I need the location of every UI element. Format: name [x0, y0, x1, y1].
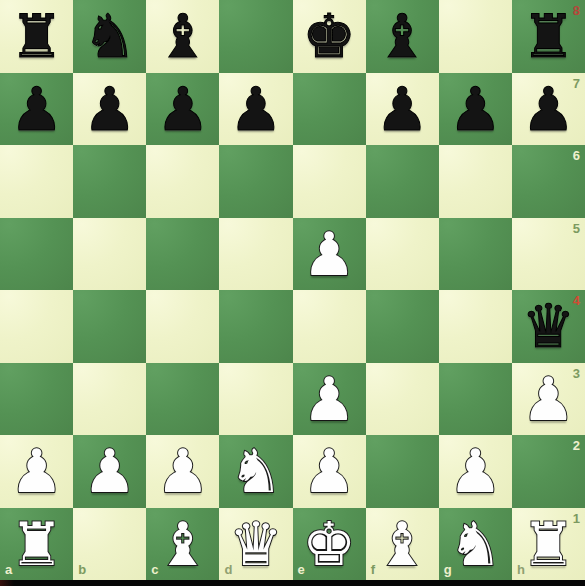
square-c3[interactable] — [146, 363, 219, 436]
square-e7[interactable] — [293, 73, 366, 146]
square-h5[interactable]: 5 — [512, 218, 585, 291]
square-f2[interactable] — [366, 435, 439, 508]
square-e1[interactable]: ♚e — [293, 508, 366, 581]
piece-white-rook-a1[interactable]: ♜ — [0, 508, 73, 581]
chess-app: ♜♞♝♚♝♜8♟♟♟♟♟♟♟76♟5♛4♟♟3♟♟♟♞♟♟2♜ab♝c♛d♚e♝… — [0, 0, 585, 586]
square-e3[interactable]: ♟ — [293, 363, 366, 436]
square-h4[interactable]: ♛4 — [512, 290, 585, 363]
piece-white-pawn-e3[interactable]: ♟ — [293, 363, 366, 436]
square-a3[interactable] — [0, 363, 73, 436]
square-c4[interactable] — [146, 290, 219, 363]
piece-black-pawn-b7[interactable]: ♟ — [73, 73, 146, 146]
square-b8[interactable]: ♞ — [73, 0, 146, 73]
piece-black-pawn-c7[interactable]: ♟ — [146, 73, 219, 146]
square-a5[interactable] — [0, 218, 73, 291]
bottom-bar — [0, 580, 585, 586]
piece-white-pawn-h3[interactable]: ♟ — [512, 363, 585, 436]
piece-white-knight-d2[interactable]: ♞ — [219, 435, 292, 508]
square-f4[interactable] — [366, 290, 439, 363]
square-g1[interactable]: ♞g — [439, 508, 512, 581]
square-c8[interactable]: ♝ — [146, 0, 219, 73]
square-e6[interactable] — [293, 145, 366, 218]
square-h3[interactable]: ♟3 — [512, 363, 585, 436]
piece-black-pawn-g7[interactable]: ♟ — [439, 73, 512, 146]
piece-white-pawn-b2[interactable]: ♟ — [73, 435, 146, 508]
square-d4[interactable] — [219, 290, 292, 363]
square-b4[interactable] — [73, 290, 146, 363]
square-b7[interactable]: ♟ — [73, 73, 146, 146]
square-c7[interactable]: ♟ — [146, 73, 219, 146]
square-d5[interactable] — [219, 218, 292, 291]
piece-white-rook-h1[interactable]: ♜ — [512, 508, 585, 581]
square-f8[interactable]: ♝ — [366, 0, 439, 73]
square-h2[interactable]: 2 — [512, 435, 585, 508]
square-e8[interactable]: ♚ — [293, 0, 366, 73]
square-g5[interactable] — [439, 218, 512, 291]
piece-white-knight-g1[interactable]: ♞ — [439, 508, 512, 581]
piece-white-pawn-a2[interactable]: ♟ — [0, 435, 73, 508]
chess-board: ♜♞♝♚♝♜8♟♟♟♟♟♟♟76♟5♛4♟♟3♟♟♟♞♟♟2♜ab♝c♛d♚e♝… — [0, 0, 585, 580]
square-b6[interactable] — [73, 145, 146, 218]
piece-white-bishop-f1[interactable]: ♝ — [366, 508, 439, 581]
piece-white-pawn-e5[interactable]: ♟ — [293, 218, 366, 291]
square-f5[interactable] — [366, 218, 439, 291]
square-c2[interactable]: ♟ — [146, 435, 219, 508]
square-a8[interactable]: ♜ — [0, 0, 73, 73]
square-g6[interactable] — [439, 145, 512, 218]
piece-black-bishop-f8[interactable]: ♝ — [366, 0, 439, 73]
piece-black-bishop-c8[interactable]: ♝ — [146, 0, 219, 73]
square-e4[interactable] — [293, 290, 366, 363]
square-g4[interactable] — [439, 290, 512, 363]
piece-black-rook-h8[interactable]: ♜ — [512, 0, 585, 73]
piece-white-bishop-c1[interactable]: ♝ — [146, 508, 219, 581]
square-g7[interactable]: ♟ — [439, 73, 512, 146]
square-c5[interactable] — [146, 218, 219, 291]
piece-black-rook-a8[interactable]: ♜ — [0, 0, 73, 73]
square-g8[interactable] — [439, 0, 512, 73]
square-d8[interactable] — [219, 0, 292, 73]
piece-white-queen-d1[interactable]: ♛ — [219, 508, 292, 581]
square-h1[interactable]: ♜1h — [512, 508, 585, 581]
piece-black-knight-b8[interactable]: ♞ — [73, 0, 146, 73]
square-d2[interactable]: ♞ — [219, 435, 292, 508]
piece-black-pawn-d7[interactable]: ♟ — [219, 73, 292, 146]
square-a6[interactable] — [0, 145, 73, 218]
square-d3[interactable] — [219, 363, 292, 436]
square-c1[interactable]: ♝c — [146, 508, 219, 581]
rank-label-5: 5 — [573, 222, 580, 235]
square-f7[interactable]: ♟ — [366, 73, 439, 146]
piece-white-king-e1[interactable]: ♚ — [293, 508, 366, 581]
square-d7[interactable]: ♟ — [219, 73, 292, 146]
piece-black-pawn-h7[interactable]: ♟ — [512, 73, 585, 146]
square-c6[interactable] — [146, 145, 219, 218]
piece-black-queen-h4[interactable]: ♛ — [512, 290, 585, 363]
piece-black-pawn-f7[interactable]: ♟ — [366, 73, 439, 146]
square-e5[interactable]: ♟ — [293, 218, 366, 291]
square-b3[interactable] — [73, 363, 146, 436]
square-f1[interactable]: ♝f — [366, 508, 439, 581]
piece-white-pawn-g2[interactable]: ♟ — [439, 435, 512, 508]
square-f3[interactable] — [366, 363, 439, 436]
square-h6[interactable]: 6 — [512, 145, 585, 218]
piece-white-pawn-c2[interactable]: ♟ — [146, 435, 219, 508]
square-b5[interactable] — [73, 218, 146, 291]
square-b2[interactable]: ♟ — [73, 435, 146, 508]
square-a7[interactable]: ♟ — [0, 73, 73, 146]
square-d6[interactable] — [219, 145, 292, 218]
file-label-b: b — [78, 563, 86, 576]
piece-black-pawn-a7[interactable]: ♟ — [0, 73, 73, 146]
square-b1[interactable]: b — [73, 508, 146, 581]
square-h8[interactable]: ♜8 — [512, 0, 585, 73]
square-a2[interactable]: ♟ — [0, 435, 73, 508]
square-h7[interactable]: ♟7 — [512, 73, 585, 146]
square-a4[interactable] — [0, 290, 73, 363]
square-g3[interactable] — [439, 363, 512, 436]
square-f6[interactable] — [366, 145, 439, 218]
square-d1[interactable]: ♛d — [219, 508, 292, 581]
rank-label-6: 6 — [573, 149, 580, 162]
piece-white-pawn-e2[interactable]: ♟ — [293, 435, 366, 508]
square-e2[interactable]: ♟ — [293, 435, 366, 508]
square-g2[interactable]: ♟ — [439, 435, 512, 508]
square-a1[interactable]: ♜a — [0, 508, 73, 581]
piece-black-king-e8[interactable]: ♚ — [293, 0, 366, 73]
rank-label-2: 2 — [573, 439, 580, 452]
